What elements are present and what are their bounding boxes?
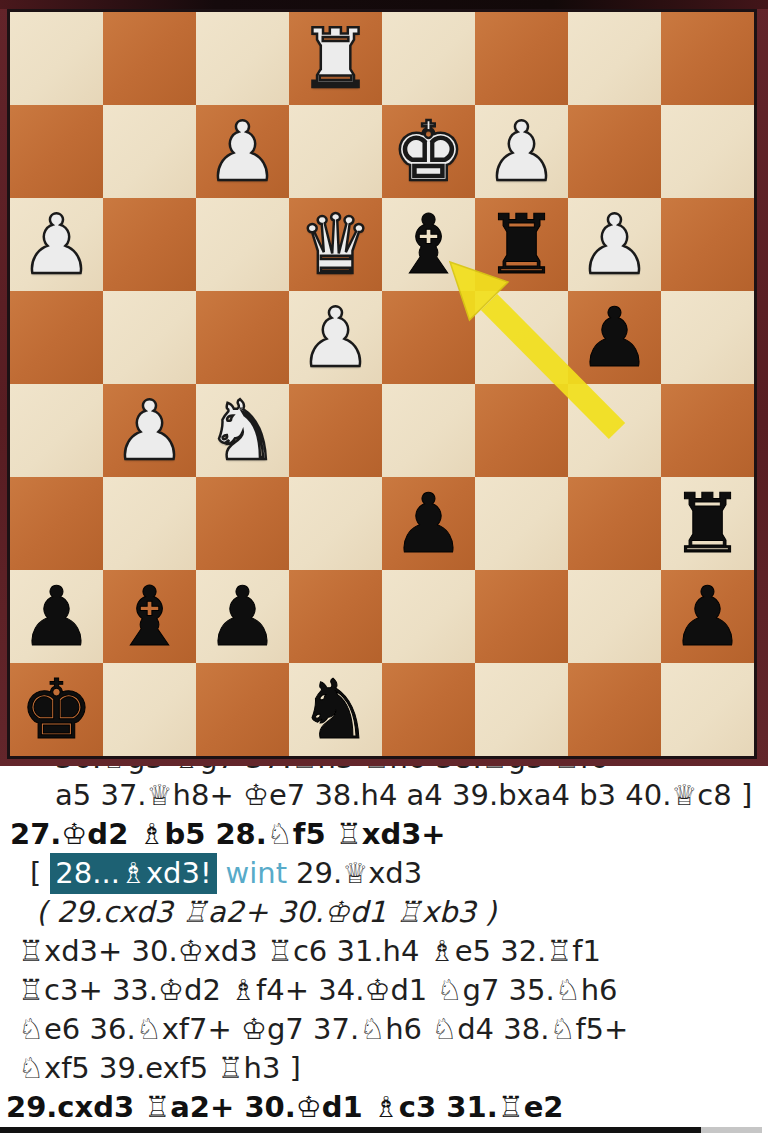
- piece-black-R-h3[interactable]: ♜: [661, 477, 754, 570]
- piece-white-Q-d6[interactable]: ♛: [289, 198, 382, 291]
- move-text: ♘xf5 39.exf5 ♖h3 ]: [18, 1051, 301, 1085]
- square-f4[interactable]: [475, 384, 568, 477]
- square-e1[interactable]: [382, 663, 475, 756]
- square-b8[interactable]: [103, 12, 196, 105]
- move-text: ♖xd3+ 30.♔xd3 ♖c6 31.h4 ♗e5 32.♖f1: [18, 934, 601, 968]
- progress-bar-fill: [0, 1127, 701, 1133]
- square-d2[interactable]: [289, 570, 382, 663]
- piece-black-P-a2[interactable]: ♟: [10, 570, 103, 663]
- square-f3[interactable]: [475, 477, 568, 570]
- square-d4[interactable]: [289, 384, 382, 477]
- piece-white-P-c7[interactable]: ♟: [196, 105, 289, 198]
- move-text: 27.♔d2 ♗b5 28.♘f5 ♖xd3+: [10, 817, 446, 851]
- square-a3[interactable]: [10, 477, 103, 570]
- move-text: 29.♕xd3: [296, 854, 422, 893]
- square-c3[interactable]: [196, 477, 289, 570]
- notation-line-v3[interactable]: ♘e6 36.♘xf7+ ♔g7 37.♘h6 ♘d4 38.♘f5+: [0, 1010, 768, 1049]
- notation-line-29[interactable]: 29.cxd3 ♖a2+ 30.♔d1 ♗c3 31.♖e2: [0, 1088, 768, 1127]
- square-g2[interactable]: [568, 570, 661, 663]
- square-f2[interactable]: [475, 570, 568, 663]
- square-h6[interactable]: [661, 198, 754, 291]
- notation-panel: 36.♕g3 ♗g7 37.♖h3 ♖h6 38.♖g3 ♖f6 a5 37.♕…: [0, 766, 768, 1127]
- square-d3[interactable]: [289, 477, 382, 570]
- square-e2[interactable]: [382, 570, 475, 663]
- square-c1[interactable]: [196, 663, 289, 756]
- piece-black-P-g5[interactable]: ♟: [568, 291, 661, 384]
- square-a7[interactable]: [10, 105, 103, 198]
- move-text: ♖c3+ 33.♔d2 ♗f4+ 34.♔d1 ♘g7 35.♘h6: [18, 973, 618, 1007]
- square-g8[interactable]: [568, 12, 661, 105]
- notation-line-v2[interactable]: ♖c3+ 33.♔d2 ♗f4+ 34.♔d1 ♘g7 35.♘h6: [0, 971, 768, 1010]
- piece-black-B-e6[interactable]: ♝: [382, 198, 475, 291]
- piece-black-B-b2[interactable]: ♝: [103, 570, 196, 663]
- square-g7[interactable]: [568, 105, 661, 198]
- piece-black-N-d1[interactable]: ♞: [289, 663, 382, 756]
- square-h5[interactable]: [661, 291, 754, 384]
- square-b6[interactable]: [103, 198, 196, 291]
- piece-black-P-c2[interactable]: ♟: [196, 570, 289, 663]
- square-h4[interactable]: [661, 384, 754, 477]
- square-g1[interactable]: [568, 663, 661, 756]
- piece-black-R-f6[interactable]: ♜: [475, 198, 568, 291]
- move-text: a5 37.♕h8+ ♔e7 38.h4 a4 39.bxa4 b3 40.♕c…: [55, 778, 752, 812]
- square-h8[interactable]: [661, 12, 754, 105]
- square-f1[interactable]: [475, 663, 568, 756]
- square-d7[interactable]: [289, 105, 382, 198]
- square-b5[interactable]: [103, 291, 196, 384]
- notation-line-paren[interactable]: ( 29.cxd3 ♖a2+ 30.♔d1 ♖xb3 ): [0, 893, 768, 932]
- square-c6[interactable]: [196, 198, 289, 291]
- square-e4[interactable]: [382, 384, 475, 477]
- square-b3[interactable]: [103, 477, 196, 570]
- piece-black-K-a1[interactable]: ♚: [10, 663, 103, 756]
- square-a5[interactable]: [10, 291, 103, 384]
- piece-white-P-d5[interactable]: ♟: [289, 291, 382, 384]
- notation-line-a5[interactable]: a5 37.♕h8+ ♔e7 38.h4 a4 39.bxa4 b3 40.♕c…: [0, 776, 768, 815]
- square-a8[interactable]: [10, 12, 103, 105]
- piece-white-P-b4[interactable]: ♟: [103, 384, 196, 477]
- square-h1[interactable]: [661, 663, 754, 756]
- notation-line-v4[interactable]: ♘xf5 39.exf5 ♖h3 ]: [0, 1049, 768, 1088]
- square-c5[interactable]: [196, 291, 289, 384]
- square-e8[interactable]: [382, 12, 475, 105]
- square-f8[interactable]: [475, 12, 568, 105]
- square-g4[interactable]: [568, 384, 661, 477]
- notation-line-27[interactable]: 27.♔d2 ♗b5 28.♘f5 ♖xd3+: [0, 815, 768, 854]
- highlighted-move[interactable]: 28...♗xd3!: [50, 853, 216, 894]
- board-top-edge: [0, 0, 768, 9]
- piece-white-P-g6[interactable]: ♟: [568, 198, 661, 291]
- notation-line-clipped[interactable]: 36.♕g3 ♗g7 37.♖h3 ♖h6 38.♖g3 ♖f6: [0, 766, 768, 776]
- square-g3[interactable]: [568, 477, 661, 570]
- eval-word: wint: [226, 854, 288, 893]
- piece-white-P-f7[interactable]: ♟: [475, 105, 568, 198]
- piece-black-P-e3[interactable]: ♟: [382, 477, 475, 570]
- square-e5[interactable]: [382, 291, 475, 384]
- notation-line-28[interactable]: [ 28...♗xd3! wint 29.♕xd3: [0, 854, 768, 893]
- square-f5[interactable]: [475, 291, 568, 384]
- bracket-open: [: [30, 854, 41, 893]
- move-text: ♘e6 36.♘xf7+ ♔g7 37.♘h6 ♘d4 38.♘f5+: [18, 1012, 628, 1046]
- piece-white-N-c4[interactable]: ♞: [196, 384, 289, 477]
- piece-white-K-e7[interactable]: ♚: [382, 105, 475, 198]
- board-frame: ♜♟♚♟♟♛♝♜♟♟♟♟♞♟♜♟♝♟♟♚♞: [0, 0, 768, 766]
- progress-bar[interactable]: [0, 1127, 762, 1133]
- square-c8[interactable]: [196, 12, 289, 105]
- square-b1[interactable]: [103, 663, 196, 756]
- square-b7[interactable]: [103, 105, 196, 198]
- piece-white-R-d8[interactable]: ♜: [289, 12, 382, 105]
- piece-black-P-h2[interactable]: ♟: [661, 570, 754, 663]
- piece-white-P-a6[interactable]: ♟: [10, 198, 103, 291]
- move-text: 29.cxd3 ♖a2+ 30.♔d1 ♗c3 31.♖e2: [6, 1090, 564, 1124]
- move-text: ( 29.cxd3 ♖a2+ 30.♔d1 ♖xb3 ): [36, 895, 496, 929]
- chess-board[interactable]: ♜♟♚♟♟♛♝♜♟♟♟♟♞♟♜♟♝♟♟♚♞: [7, 9, 757, 759]
- square-a4[interactable]: [10, 384, 103, 477]
- clipped-move-text: 36.♕g3 ♗g7 37.♖h3 ♖h6 38.♖g3 ♖f6: [55, 766, 768, 776]
- notation-line-v1[interactable]: ♖xd3+ 30.♔xd3 ♖c6 31.h4 ♗e5 32.♖f1: [0, 932, 768, 971]
- square-h7[interactable]: [661, 105, 754, 198]
